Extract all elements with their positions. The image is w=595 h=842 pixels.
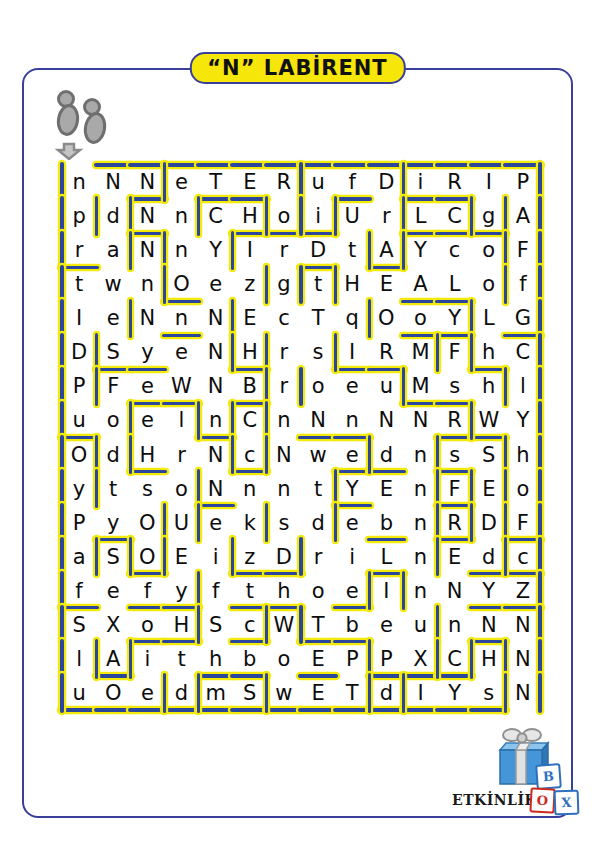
maze-cell-r13c13: Y bbox=[472, 574, 506, 608]
maze-wall bbox=[163, 537, 166, 576]
maze-wall bbox=[129, 537, 132, 576]
maze-wall bbox=[163, 265, 166, 304]
maze-wall bbox=[265, 265, 268, 304]
logo-block-x: X bbox=[554, 790, 580, 816]
maze-wall bbox=[230, 402, 269, 405]
maze-cell-r1c7: R bbox=[267, 165, 301, 199]
maze-cell-r2c10: r bbox=[369, 199, 403, 233]
maze-cell-r1c3: N bbox=[130, 165, 164, 199]
maze-cell-r6c13: h bbox=[472, 335, 506, 369]
maze-cell-r4c13: o bbox=[472, 267, 506, 301]
letter-maze-grid: nNNeTERufDiRIPpdNnCHoiUrLCgAraNnYIrDtAYc… bbox=[62, 165, 540, 710]
maze-cell-r12c3: O bbox=[130, 540, 164, 574]
maze-cell-r2c9: U bbox=[335, 199, 369, 233]
maze-wall bbox=[162, 334, 201, 337]
maze-cell-r3c10: A bbox=[369, 233, 403, 267]
maze-cell-r14c9: b bbox=[335, 608, 369, 642]
maze-wall bbox=[435, 538, 474, 541]
maze-cell-r10c3: s bbox=[130, 472, 164, 506]
maze-wall bbox=[129, 639, 132, 678]
maze-cell-r7c3: e bbox=[130, 369, 164, 403]
maze-cell-r15c4: t bbox=[164, 642, 198, 676]
maze-cell-r3c1: r bbox=[62, 233, 96, 267]
maze-wall bbox=[129, 196, 132, 235]
maze-cell-r12c9: i bbox=[335, 540, 369, 574]
maze-cell-r12c4: E bbox=[164, 540, 198, 574]
maze-wall bbox=[94, 538, 133, 541]
maze-wall bbox=[298, 436, 337, 439]
maze-cell-r14c8: T bbox=[301, 608, 335, 642]
maze-cell-r3c2: a bbox=[96, 233, 130, 267]
maze-wall bbox=[538, 673, 541, 712]
maze-cell-r6c3: y bbox=[130, 335, 164, 369]
maze-wall bbox=[128, 368, 167, 371]
maze-cell-r2c7: o bbox=[267, 199, 301, 233]
maze-wall bbox=[128, 572, 167, 575]
maze-cell-r13c1: f bbox=[62, 574, 96, 608]
maze-cell-r10c12: F bbox=[438, 472, 472, 506]
maze-cell-r16c12: Y bbox=[438, 676, 472, 710]
maze-cell-r5c9: q bbox=[335, 301, 369, 335]
maze-cell-r16c13: s bbox=[472, 676, 506, 710]
maze-cell-r7c8: o bbox=[301, 369, 335, 403]
maze-wall bbox=[196, 504, 235, 507]
maze-cell-r14c1: S bbox=[62, 608, 96, 642]
maze-cell-r9c6: c bbox=[233, 438, 267, 472]
maze-wall bbox=[95, 367, 98, 406]
maze-cell-r15c14: N bbox=[506, 642, 540, 676]
maze-cell-r2c12: C bbox=[438, 199, 472, 233]
maze-wall bbox=[162, 402, 201, 405]
maze-cell-r8c14: Y bbox=[506, 403, 540, 437]
maze-cell-r16c7: w bbox=[267, 676, 301, 710]
maze-cell-r7c1: P bbox=[62, 369, 96, 403]
maze-wall bbox=[264, 572, 303, 575]
maze-cell-r2c4: n bbox=[164, 199, 198, 233]
maze-cell-r12c11: n bbox=[403, 540, 437, 574]
maze-wall bbox=[367, 538, 406, 541]
maze-cell-r2c6: H bbox=[233, 199, 267, 233]
maze-cell-r12c14: c bbox=[506, 540, 540, 574]
maze-cell-r1c4: e bbox=[164, 165, 198, 199]
maze-wall bbox=[470, 196, 473, 235]
maze-wall bbox=[298, 640, 337, 643]
maze-cell-r2c3: N bbox=[130, 199, 164, 233]
maze-wall bbox=[538, 265, 541, 304]
maze-cell-r16c14: N bbox=[506, 676, 540, 710]
maze-cell-r2c11: L bbox=[403, 199, 437, 233]
maze-cell-r14c7: W bbox=[267, 608, 301, 642]
maze-cell-r15c2: A bbox=[96, 642, 130, 676]
maze-cell-r9c8: w bbox=[301, 438, 335, 472]
maze-cell-r4c6: z bbox=[233, 267, 267, 301]
maze-cell-r4c10: E bbox=[369, 267, 403, 301]
maze-cell-r9c2: d bbox=[96, 438, 130, 472]
maze-wall bbox=[298, 708, 337, 711]
maze-cell-r14c11: u bbox=[403, 608, 437, 642]
maze-cell-r10c10: E bbox=[369, 472, 403, 506]
maze-wall bbox=[129, 231, 132, 270]
maze-wall bbox=[299, 367, 302, 406]
maze-cell-r9c3: H bbox=[130, 438, 164, 472]
maze-cell-r11c4: U bbox=[164, 506, 198, 540]
maze-cell-r2c2: d bbox=[96, 199, 130, 233]
maze-wall bbox=[402, 196, 405, 235]
maze-cell-r16c9: T bbox=[335, 676, 369, 710]
maze-cell-r1c10: D bbox=[369, 165, 403, 199]
maze-cell-r16c10: d bbox=[369, 676, 403, 710]
logo-text: ETKİNLİK bbox=[452, 792, 537, 808]
maze-cell-r16c11: I bbox=[403, 676, 437, 710]
maze-cell-r14c4: H bbox=[164, 608, 198, 642]
maze-wall bbox=[334, 196, 337, 235]
maze-cell-r12c12: E bbox=[438, 540, 472, 574]
maze-wall bbox=[128, 197, 167, 200]
maze-wall bbox=[129, 435, 132, 474]
maze-cell-r13c8: o bbox=[301, 574, 335, 608]
maze-cell-r15c11: X bbox=[403, 642, 437, 676]
maze-wall bbox=[436, 639, 439, 678]
maze-cell-r6c2: S bbox=[96, 335, 130, 369]
down-arrow-icon bbox=[58, 144, 80, 159]
maze-wall bbox=[231, 231, 234, 270]
maze-cell-r10c7: n bbox=[267, 472, 301, 506]
maze-wall bbox=[503, 334, 542, 337]
maze-cell-r9c4: r bbox=[164, 438, 198, 472]
maze-cell-r14c10: e bbox=[369, 608, 403, 642]
maze-cell-r5c8: T bbox=[301, 301, 335, 335]
maze-cell-r6c11: M bbox=[403, 335, 437, 369]
maze-wall bbox=[94, 163, 133, 166]
maze-wall bbox=[59, 266, 98, 269]
maze-cell-r15c10: P bbox=[369, 642, 403, 676]
maze-cell-r3c7: r bbox=[267, 233, 301, 267]
maze-cell-r12c6: z bbox=[233, 540, 267, 574]
maze-cell-r15c6: b bbox=[233, 642, 267, 676]
maze-cell-r2c14: A bbox=[506, 199, 540, 233]
maze-wall bbox=[470, 401, 473, 440]
maze-cell-r11c9: e bbox=[335, 506, 369, 540]
maze-cell-r5c6: E bbox=[233, 301, 267, 335]
maze-cell-r4c3: n bbox=[130, 267, 164, 301]
maze-cell-r14c13: N bbox=[472, 608, 506, 642]
maze-cell-r13c11: n bbox=[403, 574, 437, 608]
page-title: “N” LABİRENT bbox=[189, 52, 405, 84]
maze-cell-r5c10: O bbox=[369, 301, 403, 335]
maze-wall bbox=[402, 571, 405, 610]
maze-wall bbox=[504, 673, 507, 712]
maze-wall bbox=[298, 163, 337, 166]
maze-cell-r6c4: e bbox=[164, 335, 198, 369]
maze-cell-r9c11: n bbox=[403, 438, 437, 472]
maze-wall bbox=[333, 640, 372, 643]
maze-cell-r8c12: R bbox=[438, 403, 472, 437]
maze-wall bbox=[470, 333, 473, 372]
maze-cell-r3c4: n bbox=[164, 233, 198, 267]
maze-cell-r10c9: Y bbox=[335, 472, 369, 506]
maze-cell-r3c12: c bbox=[438, 233, 472, 267]
maze-wall bbox=[469, 368, 508, 371]
maze-cell-r3c6: I bbox=[233, 233, 267, 267]
maze-wall bbox=[128, 232, 167, 235]
maze-wall bbox=[333, 606, 372, 609]
maze-cell-r1c9: f bbox=[335, 165, 369, 199]
maze-cell-r5c7: c bbox=[267, 301, 301, 335]
maze-wall bbox=[435, 674, 474, 677]
maze-cell-r7c5: N bbox=[199, 369, 233, 403]
maze-cell-r16c6: S bbox=[233, 676, 267, 710]
maze-cell-r6c1: D bbox=[62, 335, 96, 369]
maze-wall bbox=[469, 232, 508, 235]
maze-cell-r2c5: C bbox=[199, 199, 233, 233]
maze-cell-r8c8: N bbox=[301, 403, 335, 437]
maze-wall bbox=[402, 367, 405, 406]
logo-block-b: B bbox=[535, 763, 562, 790]
maze-cell-r1c8: u bbox=[301, 165, 335, 199]
maze-cell-r13c6: t bbox=[233, 574, 267, 608]
maze-wall bbox=[197, 605, 200, 644]
maze-cell-r3c9: t bbox=[335, 233, 369, 267]
maze-wall bbox=[230, 197, 269, 200]
maze-wall bbox=[299, 537, 302, 576]
maze-cell-r13c9: e bbox=[335, 574, 369, 608]
maze-cell-r1c13: I bbox=[472, 165, 506, 199]
maze-cell-r3c3: N bbox=[130, 233, 164, 267]
maze-cell-r13c12: N bbox=[438, 574, 472, 608]
maze-cell-r3c11: Y bbox=[403, 233, 437, 267]
maze-wall bbox=[94, 674, 133, 677]
maze-cell-r16c8: E bbox=[301, 676, 335, 710]
maze-wall bbox=[94, 368, 133, 371]
maze-wall bbox=[299, 196, 302, 235]
maze-cell-r6c8: s bbox=[301, 335, 335, 369]
maze-wall bbox=[435, 197, 474, 200]
maze-cell-r15c12: C bbox=[438, 642, 472, 676]
maze-cell-r6c6: H bbox=[233, 335, 267, 369]
maze-wall bbox=[504, 367, 507, 406]
maze-cell-r14c14: N bbox=[506, 608, 540, 642]
maze-cell-r8c3: e bbox=[130, 403, 164, 437]
maze-cell-r10c6: n bbox=[233, 472, 267, 506]
maze-wall bbox=[298, 674, 337, 677]
maze-cell-r14c5: S bbox=[199, 608, 233, 642]
maze-wall bbox=[333, 163, 372, 166]
maze-cell-r13c5: f bbox=[199, 574, 233, 608]
maze-wall bbox=[368, 571, 371, 610]
maze-cell-r11c6: k bbox=[233, 506, 267, 540]
maze-cell-r8c1: u bbox=[62, 403, 96, 437]
maze-wall bbox=[59, 606, 98, 609]
maze-cell-r5c2: e bbox=[96, 301, 130, 335]
maze-cell-r9c9: e bbox=[335, 438, 369, 472]
maze-cell-r7c10: u bbox=[369, 369, 403, 403]
maze-wall bbox=[333, 470, 372, 473]
maze-wall bbox=[197, 673, 200, 712]
maze-cell-r1c6: E bbox=[233, 165, 267, 199]
maze-cell-r4c8: t bbox=[301, 267, 335, 301]
maze-cell-r5c3: N bbox=[130, 301, 164, 335]
maze-cell-r16c1: u bbox=[62, 676, 96, 710]
maze-cell-r11c3: O bbox=[130, 506, 164, 540]
maze-cell-r5c14: G bbox=[506, 301, 540, 335]
maze-cell-r15c8: E bbox=[301, 642, 335, 676]
maze-cell-r4c4: O bbox=[164, 267, 198, 301]
maze-wall bbox=[264, 606, 303, 609]
maze-cell-r6c9: I bbox=[335, 335, 369, 369]
logo-block-o: O bbox=[529, 787, 555, 813]
maze-wall bbox=[163, 162, 166, 201]
maze-wall bbox=[368, 299, 371, 338]
maze-wall bbox=[163, 231, 166, 270]
maze-wall bbox=[333, 504, 372, 507]
maze-cell-r14c6: c bbox=[233, 608, 267, 642]
maze-cell-r4c14: f bbox=[506, 267, 540, 301]
maze-cell-r1c11: i bbox=[403, 165, 437, 199]
maze-cell-r16c5: m bbox=[199, 676, 233, 710]
maze-cell-r9c14: h bbox=[506, 438, 540, 472]
maze-wall bbox=[60, 231, 63, 270]
maze-cell-r6c12: F bbox=[438, 335, 472, 369]
maze-cell-r10c11: n bbox=[403, 472, 437, 506]
maze-wall bbox=[197, 196, 200, 235]
maze-cell-r4c9: H bbox=[335, 267, 369, 301]
maze-wall bbox=[129, 299, 132, 338]
maze-cell-r10c1: y bbox=[62, 472, 96, 506]
maze-cell-r8c6: C bbox=[233, 403, 267, 437]
maze-cell-r10c5: N bbox=[199, 472, 233, 506]
maze-wall bbox=[470, 503, 473, 542]
maze-cell-r2c8: i bbox=[301, 199, 335, 233]
maze-cell-r8c11: N bbox=[403, 403, 437, 437]
maze-wall bbox=[230, 674, 269, 677]
maze-cell-r10c2: t bbox=[96, 472, 130, 506]
maze-wall bbox=[333, 368, 372, 371]
maze-wall bbox=[230, 470, 269, 473]
maze-wall bbox=[94, 708, 133, 711]
maze-cell-r9c12: s bbox=[438, 438, 472, 472]
maze-wall bbox=[60, 196, 63, 235]
maze-wall bbox=[59, 708, 98, 711]
maze-cell-r11c8: d bbox=[301, 506, 335, 540]
maze-wall bbox=[298, 266, 337, 269]
maze-wall bbox=[334, 265, 337, 304]
maze-cell-r11c5: e bbox=[199, 506, 233, 540]
maze-wall bbox=[470, 639, 473, 678]
maze-cell-r5c11: o bbox=[403, 301, 437, 335]
maze-cell-r4c1: t bbox=[62, 267, 96, 301]
maze-wall bbox=[197, 401, 200, 440]
maze-cell-r14c2: X bbox=[96, 608, 130, 642]
maze-wall bbox=[60, 673, 63, 712]
maze-wall bbox=[298, 232, 337, 235]
maze-cell-r7c12: s bbox=[438, 369, 472, 403]
maze-wall bbox=[333, 436, 372, 439]
maze-cell-r11c10: b bbox=[369, 506, 403, 540]
maze-wall bbox=[367, 572, 406, 575]
maze-cell-r11c7: s bbox=[267, 506, 301, 540]
maze-wall bbox=[334, 333, 337, 372]
maze-cell-r12c1: a bbox=[62, 540, 96, 574]
maze-cell-r11c1: P bbox=[62, 506, 96, 540]
maze-cell-r12c13: d bbox=[472, 540, 506, 574]
maze-wall bbox=[95, 196, 98, 235]
maze-cell-r15c5: h bbox=[199, 642, 233, 676]
maze-wall bbox=[368, 231, 371, 270]
maze-cell-r7c14: l bbox=[506, 369, 540, 403]
maze-cell-r5c12: Y bbox=[438, 301, 472, 335]
maze-wall bbox=[504, 196, 507, 235]
maze-wall bbox=[503, 538, 542, 541]
maze-wall bbox=[95, 537, 98, 576]
maze-wall bbox=[402, 231, 405, 270]
footprint-left bbox=[57, 92, 80, 136]
maze-wall bbox=[333, 197, 372, 200]
maze-cell-r11c11: n bbox=[403, 506, 437, 540]
maze-wall bbox=[265, 673, 268, 712]
maze-wall bbox=[367, 368, 406, 371]
maze-cell-r13c14: Z bbox=[506, 574, 540, 608]
maze-wall bbox=[436, 537, 439, 576]
maze-cell-r6c14: C bbox=[506, 335, 540, 369]
maze-cell-r16c3: e bbox=[130, 676, 164, 710]
maze-wall bbox=[230, 640, 269, 643]
maze-cell-r7c9: e bbox=[335, 369, 369, 403]
maze-cell-r13c3: f bbox=[130, 574, 164, 608]
maze-cell-r12c2: S bbox=[96, 540, 130, 574]
maze-cell-r2c13: g bbox=[472, 199, 506, 233]
maze-cell-r1c5: T bbox=[199, 165, 233, 199]
maze-cell-r12c8: r bbox=[301, 540, 335, 574]
maze-cell-r10c13: E bbox=[472, 472, 506, 506]
maze-cell-r8c2: o bbox=[96, 403, 130, 437]
maze-wall bbox=[469, 436, 508, 439]
maze-cell-r3c5: Y bbox=[199, 233, 233, 267]
maze-wall bbox=[59, 436, 98, 439]
maze-cell-r14c12: n bbox=[438, 608, 472, 642]
maze-cell-r13c10: I bbox=[369, 574, 403, 608]
maze-cell-r3c13: o bbox=[472, 233, 506, 267]
maze-wall bbox=[197, 503, 200, 542]
maze-wall bbox=[163, 673, 166, 712]
maze-wall bbox=[299, 605, 302, 644]
maze-cell-r5c4: n bbox=[164, 301, 198, 335]
maze-wall bbox=[435, 300, 474, 303]
maze-wall bbox=[402, 673, 405, 712]
maze-wall bbox=[436, 333, 439, 372]
maze-wall bbox=[265, 605, 268, 644]
maze-wall bbox=[469, 640, 508, 643]
maze-cell-r11c13: D bbox=[472, 506, 506, 540]
maze-cell-r1c2: N bbox=[96, 165, 130, 199]
maze-wall bbox=[265, 503, 268, 542]
maze-cell-r5c5: N bbox=[199, 301, 233, 335]
maze-cell-r10c8: t bbox=[301, 472, 335, 506]
maze-wall bbox=[504, 265, 507, 304]
maze-cell-r13c7: h bbox=[267, 574, 301, 608]
maze-wall bbox=[60, 265, 63, 304]
maze-wall bbox=[368, 673, 371, 712]
maze-wall bbox=[469, 708, 508, 711]
maze-cell-r3c14: F bbox=[506, 233, 540, 267]
maze-cell-r12c10: L bbox=[369, 540, 403, 574]
maze-cell-r4c11: A bbox=[403, 267, 437, 301]
maze-wall bbox=[368, 435, 371, 474]
maze-wall bbox=[435, 402, 474, 405]
maze-cell-r8c4: l bbox=[164, 403, 198, 437]
maze-cell-r16c4: d bbox=[164, 676, 198, 710]
maze-cell-r8c7: n bbox=[267, 403, 301, 437]
maze-cell-r15c13: H bbox=[472, 642, 506, 676]
